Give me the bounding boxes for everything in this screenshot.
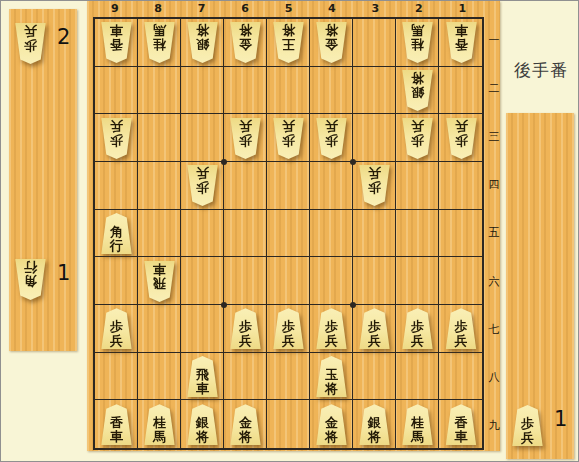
file-label-8: 8 [136, 1, 179, 17]
square-1-9[interactable]: 香車 [439, 400, 482, 448]
piece-kanji: 銀将 [401, 70, 434, 111]
piece-kanji: 歩兵 [358, 308, 391, 349]
square-1-8[interactable] [439, 353, 482, 401]
sente-歩兵-in-hand-piece[interactable]: 歩兵 [511, 405, 544, 446]
gote-香車-piece[interactable]: 香車 [100, 22, 133, 63]
gote-歩兵-piece[interactable]: 歩兵 [229, 118, 262, 159]
piece-kanji: 歩兵 [100, 118, 133, 159]
square-2-6[interactable] [396, 257, 439, 305]
piece-kanji: 香車 [100, 404, 133, 445]
sente-銀将-piece[interactable]: 銀将 [358, 404, 391, 445]
square-4-7[interactable]: 歩兵 [310, 305, 353, 353]
gote-歩兵-piece[interactable]: 歩兵 [186, 165, 219, 206]
sente-香車-piece[interactable]: 香車 [445, 404, 478, 445]
piece-kanji: 歩兵 [401, 308, 434, 349]
square-3-6[interactable] [353, 257, 396, 305]
sente-captured-tray: 歩兵1 [506, 113, 574, 459]
hand-piece-wrap: 歩兵 [511, 405, 544, 446]
gote-角行-in-hand-piece[interactable]: 角行 [14, 259, 47, 300]
rank-label-5: 五 [487, 209, 501, 257]
piece-kanji: 歩兵 [229, 118, 262, 159]
square-1-6[interactable] [439, 257, 482, 305]
piece-kanji: 歩兵 [229, 308, 262, 349]
gote-金将-piece[interactable]: 金将 [315, 22, 348, 63]
shogi-board: 987654321 香車桂馬銀将金将王将金将桂馬香車銀将歩兵歩兵歩兵歩兵歩兵歩兵… [87, 1, 500, 451]
sente-金将-piece[interactable]: 金将 [229, 404, 262, 445]
star-point [350, 159, 356, 165]
star-point [221, 159, 227, 165]
square-7-9[interactable]: 銀将 [181, 400, 224, 448]
piece-kanji: 歩兵 [272, 308, 305, 349]
square-6-1[interactable]: 金将 [224, 19, 267, 67]
square-8-9[interactable]: 桂馬 [138, 400, 181, 448]
square-2-8[interactable] [396, 353, 439, 401]
hand-piece-wrap: 角行 [14, 259, 47, 300]
square-4-1[interactable]: 金将 [310, 19, 353, 67]
square-1-2[interactable] [439, 67, 482, 115]
file-label-7: 7 [180, 1, 223, 17]
rank-label-2: 二 [487, 65, 501, 113]
square-9-1[interactable]: 香車 [95, 19, 138, 67]
gote-歩兵-in-hand-piece[interactable]: 歩兵 [14, 23, 47, 64]
star-point [350, 302, 356, 308]
square-2-9[interactable]: 桂馬 [396, 400, 439, 448]
square-7-5[interactable] [181, 210, 224, 258]
sente-玉将-piece[interactable]: 玉将 [315, 356, 348, 397]
square-7-4[interactable]: 歩兵 [181, 162, 224, 210]
sente-歩兵-piece[interactable]: 歩兵 [315, 308, 348, 349]
square-8-6[interactable]: 飛車 [138, 257, 181, 305]
square-6-9[interactable]: 金将 [224, 400, 267, 448]
piece-kanji: 歩兵 [315, 308, 348, 349]
gote-桂馬-piece[interactable]: 桂馬 [401, 22, 434, 63]
gote-銀将-piece[interactable]: 銀将 [401, 70, 434, 111]
hand-count: 1 [57, 263, 70, 284]
piece-kanji: 玉将 [315, 356, 348, 397]
square-1-7[interactable]: 歩兵 [439, 305, 482, 353]
piece-kanji: 銀将 [358, 404, 391, 445]
sente-桂馬-piece[interactable]: 桂馬 [401, 404, 434, 445]
file-label-2: 2 [397, 1, 440, 17]
piece-kanji: 銀将 [186, 404, 219, 445]
square-1-3[interactable]: 歩兵 [439, 114, 482, 162]
square-2-3[interactable]: 歩兵 [396, 114, 439, 162]
square-7-7[interactable] [181, 305, 224, 353]
piece-kanji: 歩兵 [445, 308, 478, 349]
square-8-3[interactable] [138, 114, 181, 162]
square-5-1[interactable]: 王将 [267, 19, 310, 67]
square-6-8[interactable] [224, 353, 267, 401]
square-5-5[interactable] [267, 210, 310, 258]
rank-label-7: 七 [487, 306, 501, 354]
turn-indicator: 後手番 [505, 59, 577, 82]
square-9-9[interactable]: 香車 [95, 400, 138, 448]
square-3-3[interactable] [353, 114, 396, 162]
piece-kanji: 王将 [272, 22, 305, 63]
rank-label-9: 九 [487, 402, 501, 450]
shogi-app: 歩兵2角行1 987654321 香車桂馬銀将金将王将金将桂馬香車銀将歩兵歩兵歩… [0, 0, 579, 462]
piece-kanji: 香車 [100, 22, 133, 63]
piece-kanji: 歩兵 [445, 118, 478, 159]
gote-歩兵-piece[interactable]: 歩兵 [100, 118, 133, 159]
piece-kanji: 歩兵 [358, 165, 391, 206]
sente-hand-slot: 歩兵1 [508, 405, 572, 449]
piece-kanji: 歩兵 [14, 23, 47, 64]
piece-kanji: 銀将 [186, 22, 219, 63]
piece-kanji: 歩兵 [401, 118, 434, 159]
piece-kanji: 歩兵 [272, 118, 305, 159]
gote-歩兵-piece[interactable]: 歩兵 [445, 118, 478, 159]
rank-label-8: 八 [487, 354, 501, 402]
square-4-2[interactable] [310, 67, 353, 115]
square-8-4[interactable] [138, 162, 181, 210]
square-8-7[interactable] [138, 305, 181, 353]
file-label-9: 9 [93, 1, 136, 17]
square-6-6[interactable] [224, 257, 267, 305]
square-4-6[interactable] [310, 257, 353, 305]
hand-piece-wrap: 歩兵 [14, 23, 47, 64]
rank-label-6: 六 [487, 258, 501, 306]
sente-香車-piece[interactable]: 香車 [100, 404, 133, 445]
square-7-3[interactable] [181, 114, 224, 162]
gote-王将-piece[interactable]: 王将 [272, 22, 305, 63]
square-6-4[interactable] [224, 162, 267, 210]
sente-飛車-piece[interactable]: 飛車 [186, 356, 219, 397]
file-label-4: 4 [310, 1, 353, 17]
gote-歩兵-piece[interactable]: 歩兵 [315, 118, 348, 159]
piece-kanji: 香車 [445, 22, 478, 63]
square-3-1[interactable] [353, 19, 396, 67]
piece-kanji: 飛車 [143, 261, 176, 302]
gote-金将-piece[interactable]: 金将 [229, 22, 262, 63]
square-7-8[interactable]: 飛車 [181, 353, 224, 401]
piece-kanji: 桂馬 [401, 404, 434, 445]
sente-歩兵-piece[interactable]: 歩兵 [445, 308, 478, 349]
square-9-8[interactable] [95, 353, 138, 401]
sente-金将-piece[interactable]: 金将 [315, 404, 348, 445]
sente-歩兵-piece[interactable]: 歩兵 [100, 308, 133, 349]
square-5-3[interactable]: 歩兵 [267, 114, 310, 162]
square-1-1[interactable]: 香車 [439, 19, 482, 67]
square-8-8[interactable] [138, 353, 181, 401]
square-7-1[interactable]: 銀将 [181, 19, 224, 67]
square-6-2[interactable] [224, 67, 267, 115]
square-2-4[interactable] [396, 162, 439, 210]
square-1-4[interactable] [439, 162, 482, 210]
gote-飛車-piece[interactable]: 飛車 [143, 261, 176, 302]
piece-kanji: 桂馬 [143, 404, 176, 445]
sente-角行-piece[interactable]: 角行 [100, 213, 133, 254]
square-6-3[interactable]: 歩兵 [224, 114, 267, 162]
square-3-4[interactable]: 歩兵 [353, 162, 396, 210]
rank-label-1: 一 [487, 17, 501, 65]
hand-count: 1 [554, 409, 567, 430]
square-1-5[interactable] [439, 210, 482, 258]
piece-kanji: 金将 [315, 22, 348, 63]
gote-桂馬-piece[interactable]: 桂馬 [143, 22, 176, 63]
piece-kanji: 角行 [14, 259, 47, 300]
square-5-2[interactable] [267, 67, 310, 115]
gote-hand-slot: 角行1 [11, 259, 75, 303]
square-2-2[interactable]: 銀将 [396, 67, 439, 115]
piece-kanji: 桂馬 [401, 22, 434, 63]
square-4-4[interactable] [310, 162, 353, 210]
square-9-7[interactable]: 歩兵 [95, 305, 138, 353]
square-3-5[interactable] [353, 210, 396, 258]
rank-label-4: 四 [487, 161, 501, 209]
rank-label-3: 三 [487, 113, 501, 161]
gote-歩兵-piece[interactable]: 歩兵 [401, 118, 434, 159]
square-2-5[interactable] [396, 210, 439, 258]
square-4-9[interactable]: 金将 [310, 400, 353, 448]
square-2-7[interactable]: 歩兵 [396, 305, 439, 353]
gote-歩兵-piece[interactable]: 歩兵 [358, 165, 391, 206]
piece-kanji: 金将 [315, 404, 348, 445]
file-label-6: 6 [223, 1, 266, 17]
piece-kanji: 歩兵 [100, 308, 133, 349]
file-label-1: 1 [441, 1, 484, 17]
square-3-7[interactable]: 歩兵 [353, 305, 396, 353]
gote-銀将-piece[interactable]: 銀将 [186, 22, 219, 63]
square-7-2[interactable] [181, 67, 224, 115]
sente-桂馬-piece[interactable]: 桂馬 [143, 404, 176, 445]
piece-kanji: 桂馬 [143, 22, 176, 63]
hand-count: 2 [57, 27, 70, 48]
square-8-5[interactable] [138, 210, 181, 258]
gote-香車-piece[interactable]: 香車 [445, 22, 478, 63]
file-labels: 987654321 [93, 1, 484, 17]
square-7-6[interactable] [181, 257, 224, 305]
square-9-4[interactable] [95, 162, 138, 210]
square-8-2[interactable] [138, 67, 181, 115]
square-4-5[interactable] [310, 210, 353, 258]
gote-captured-tray: 歩兵2角行1 [9, 9, 77, 351]
piece-kanji: 歩兵 [315, 118, 348, 159]
square-9-3[interactable]: 歩兵 [95, 114, 138, 162]
square-5-4[interactable] [267, 162, 310, 210]
piece-kanji: 金将 [229, 22, 262, 63]
sente-歩兵-piece[interactable]: 歩兵 [401, 308, 434, 349]
square-6-7[interactable]: 歩兵 [224, 305, 267, 353]
piece-kanji: 飛車 [186, 356, 219, 397]
star-point [221, 302, 227, 308]
square-5-7[interactable]: 歩兵 [267, 305, 310, 353]
square-9-5[interactable]: 角行 [95, 210, 138, 258]
square-5-9[interactable] [267, 400, 310, 448]
sente-歩兵-piece[interactable]: 歩兵 [272, 308, 305, 349]
gote-歩兵-piece[interactable]: 歩兵 [272, 118, 305, 159]
square-9-2[interactable] [95, 67, 138, 115]
piece-kanji: 歩兵 [511, 405, 544, 446]
sente-歩兵-piece[interactable]: 歩兵 [358, 308, 391, 349]
square-3-8[interactable] [353, 353, 396, 401]
piece-kanji: 香車 [445, 404, 478, 445]
square-6-5[interactable] [224, 210, 267, 258]
square-9-6[interactable] [95, 257, 138, 305]
piece-kanji: 歩兵 [186, 165, 219, 206]
gote-hand-slot: 歩兵2 [11, 23, 75, 67]
square-2-1[interactable]: 桂馬 [396, 19, 439, 67]
square-4-8[interactable]: 玉将 [310, 353, 353, 401]
sente-銀将-piece[interactable]: 銀将 [186, 404, 219, 445]
piece-kanji: 金将 [229, 404, 262, 445]
file-label-5: 5 [267, 1, 310, 17]
file-label-3: 3 [354, 1, 397, 17]
square-8-1[interactable]: 桂馬 [138, 19, 181, 67]
square-3-2[interactable] [353, 67, 396, 115]
piece-kanji: 角行 [100, 213, 133, 254]
board-grid: 香車桂馬銀将金将王将金将桂馬香車銀将歩兵歩兵歩兵歩兵歩兵歩兵歩兵歩兵角行飛車歩兵… [93, 17, 484, 450]
sente-歩兵-piece[interactable]: 歩兵 [229, 308, 262, 349]
square-4-3[interactable]: 歩兵 [310, 114, 353, 162]
square-3-9[interactable]: 銀将 [353, 400, 396, 448]
square-5-6[interactable] [267, 257, 310, 305]
square-5-8[interactable] [267, 353, 310, 401]
